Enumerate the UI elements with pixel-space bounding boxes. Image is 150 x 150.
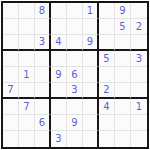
given-digit: 4 — [55, 37, 61, 47]
given-digit: 5 — [103, 54, 109, 64]
given-digit: 3 — [71, 85, 77, 95]
sudoku-cell-empty[interactable] — [3, 115, 19, 131]
sudoku-cell-given[interactable]: 2 — [99, 83, 115, 99]
sudoku-cell-empty[interactable] — [67, 131, 83, 147]
sudoku-cell-empty[interactable] — [99, 19, 115, 35]
sudoku-cell-given[interactable]: 3 — [131, 51, 147, 67]
given-digit: 9 — [55, 70, 61, 80]
sudoku-cell-empty[interactable] — [35, 19, 51, 35]
given-digit: 2 — [103, 85, 109, 95]
given-digit: 6 — [71, 70, 77, 80]
sudoku-cell-empty[interactable] — [115, 83, 131, 99]
sudoku-cell-empty[interactable] — [131, 83, 147, 99]
sudoku-cell-empty[interactable] — [51, 83, 67, 99]
sudoku-cell-empty[interactable] — [83, 19, 99, 35]
given-digit: 7 — [23, 102, 29, 112]
sudoku-cell-given[interactable]: 3 — [51, 131, 67, 147]
sudoku-cell-given[interactable]: 8 — [35, 3, 51, 19]
sudoku-cell-empty[interactable] — [3, 35, 19, 51]
sudoku-cell-empty[interactable] — [83, 131, 99, 147]
sudoku-cell-empty[interactable] — [19, 51, 35, 67]
sudoku-cell-empty[interactable] — [67, 3, 83, 19]
sudoku-cell-empty[interactable] — [3, 51, 19, 67]
given-digit: 2 — [136, 22, 142, 32]
sudoku-cell-empty[interactable] — [19, 3, 35, 19]
sudoku-cell-empty[interactable] — [51, 3, 67, 19]
sudoku-cell-empty[interactable] — [99, 115, 115, 131]
sudoku-cell-empty[interactable] — [99, 131, 115, 147]
sudoku-cell-empty[interactable] — [131, 131, 147, 147]
given-digit: 9 — [87, 37, 93, 47]
sudoku-cell-empty[interactable] — [131, 3, 147, 19]
given-digit: 3 — [136, 54, 142, 64]
sudoku-cell-empty[interactable] — [51, 115, 67, 131]
sudoku-cell-given[interactable]: 4 — [99, 99, 115, 115]
sudoku-cell-given[interactable]: 7 — [3, 83, 19, 99]
sudoku-cell-given[interactable]: 3 — [67, 83, 83, 99]
given-digit: 1 — [136, 102, 142, 112]
sudoku-cell-given[interactable]: 9 — [83, 35, 99, 51]
sudoku-cell-empty[interactable] — [83, 99, 99, 115]
given-digit: 5 — [119, 22, 125, 32]
sudoku-board: 8195234953196732741693 — [1, 1, 149, 149]
sudoku-cell-given[interactable]: 6 — [67, 67, 83, 83]
sudoku-cell-empty[interactable] — [83, 67, 99, 83]
given-digit: 7 — [7, 85, 13, 95]
sudoku-cell-empty[interactable] — [67, 35, 83, 51]
given-digit: 3 — [39, 37, 45, 47]
sudoku-cell-given[interactable]: 9 — [115, 3, 131, 19]
given-digit: 9 — [119, 6, 125, 16]
sudoku-cell-empty[interactable] — [3, 67, 19, 83]
sudoku-cell-empty[interactable] — [19, 19, 35, 35]
sudoku-cell-empty[interactable] — [3, 3, 19, 19]
sudoku-cell-empty[interactable] — [19, 131, 35, 147]
sudoku-cell-empty[interactable] — [51, 99, 67, 115]
sudoku-cell-empty[interactable] — [67, 99, 83, 115]
sudoku-cell-given[interactable]: 9 — [51, 67, 67, 83]
sudoku-cell-empty[interactable] — [35, 67, 51, 83]
sudoku-cell-given[interactable]: 1 — [131, 99, 147, 115]
sudoku-cell-given[interactable]: 1 — [83, 3, 99, 19]
sudoku-cell-empty[interactable] — [115, 35, 131, 51]
sudoku-cell-empty[interactable] — [115, 131, 131, 147]
sudoku-cell-empty[interactable] — [19, 35, 35, 51]
given-digit: 3 — [55, 134, 61, 144]
sudoku-cell-given[interactable]: 9 — [67, 115, 83, 131]
sudoku-cell-empty[interactable] — [131, 35, 147, 51]
sudoku-cell-given[interactable]: 7 — [19, 99, 35, 115]
sudoku-cell-empty[interactable] — [115, 115, 131, 131]
sudoku-cell-given[interactable]: 3 — [35, 35, 51, 51]
sudoku-cell-given[interactable]: 6 — [35, 115, 51, 131]
given-digit: 6 — [39, 118, 45, 128]
sudoku-cell-empty[interactable] — [35, 83, 51, 99]
given-digit: 9 — [71, 118, 77, 128]
given-digit: 4 — [103, 102, 109, 112]
sudoku-cell-given[interactable]: 2 — [131, 19, 147, 35]
sudoku-cell-empty[interactable] — [83, 83, 99, 99]
given-digit: 1 — [23, 70, 29, 80]
sudoku-cell-empty[interactable] — [19, 115, 35, 131]
sudoku-cell-empty[interactable] — [99, 67, 115, 83]
sudoku-cell-empty[interactable] — [35, 131, 51, 147]
sudoku-cell-empty[interactable] — [83, 51, 99, 67]
sudoku-cell-empty[interactable] — [67, 19, 83, 35]
sudoku-cell-empty[interactable] — [83, 115, 99, 131]
sudoku-page: 8195234953196732741693 — [0, 0, 150, 150]
sudoku-cell-empty[interactable] — [99, 3, 115, 19]
sudoku-cell-empty[interactable] — [115, 99, 131, 115]
sudoku-cell-empty[interactable] — [115, 51, 131, 67]
sudoku-cell-empty[interactable] — [19, 83, 35, 99]
sudoku-cell-empty[interactable] — [35, 51, 51, 67]
sudoku-cell-given[interactable]: 5 — [99, 51, 115, 67]
sudoku-cell-given[interactable]: 4 — [51, 35, 67, 51]
sudoku-cell-empty[interactable] — [67, 51, 83, 67]
given-digit: 8 — [39, 6, 45, 16]
sudoku-cell-empty[interactable] — [99, 35, 115, 51]
sudoku-cell-empty[interactable] — [51, 51, 67, 67]
sudoku-cell-given[interactable]: 1 — [19, 67, 35, 83]
sudoku-cell-empty[interactable] — [115, 67, 131, 83]
given-digit: 1 — [87, 6, 93, 16]
sudoku-cell-empty[interactable] — [35, 99, 51, 115]
sudoku-cell-given[interactable]: 5 — [115, 19, 131, 35]
sudoku-cell-empty[interactable] — [51, 19, 67, 35]
sudoku-cell-empty[interactable] — [3, 131, 19, 147]
sudoku-cell-empty[interactable] — [131, 115, 147, 131]
sudoku-cell-empty[interactable] — [131, 67, 147, 83]
sudoku-cell-empty[interactable] — [3, 99, 19, 115]
sudoku-cell-empty[interactable] — [3, 19, 19, 35]
